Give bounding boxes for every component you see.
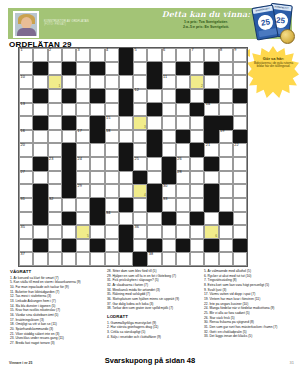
- grid-cell-yellow[interactable]: 4: [133, 184, 147, 198]
- grid-cell[interactable]: 25: [133, 157, 147, 171]
- clue-item: 3. Cirkla så vänskapligt (5): [107, 330, 197, 334]
- grid-cell[interactable]: [119, 252, 133, 266]
- ticket-brand-label: SVERIGELOTT: [271, 4, 291, 11]
- grid-cell-black: [62, 116, 76, 130]
- competition-letter-index: 3: [144, 126, 146, 129]
- grid-cell[interactable]: [233, 225, 247, 239]
- grid-cell[interactable]: [119, 171, 133, 185]
- grid-cell-black: [119, 89, 133, 103]
- grid-cell[interactable]: [19, 89, 33, 103]
- grid-cell[interactable]: 11: [162, 75, 176, 89]
- grid-cell[interactable]: [90, 184, 104, 198]
- clue-number-label: 15: [106, 117, 110, 121]
- grid-cell[interactable]: [162, 130, 176, 144]
- grid-cell-black: [62, 184, 76, 198]
- clue-item: 31. Den som går runt hos mästerkocken i …: [204, 325, 294, 329]
- grid-cell[interactable]: [219, 143, 233, 157]
- grid-cell[interactable]: [162, 225, 176, 239]
- grid-cell[interactable]: [219, 103, 233, 117]
- clue-item: 19. Vintern har man kvar i fönstren (11): [204, 297, 294, 301]
- grid-cell[interactable]: 36: [133, 225, 147, 239]
- grid-cell[interactable]: [176, 184, 190, 198]
- grid-cell-yellow[interactable]: 6: [204, 225, 218, 239]
- grid-cell-black: [219, 116, 233, 130]
- grid-cell[interactable]: [233, 62, 247, 76]
- grid-cell[interactable]: [219, 225, 233, 239]
- clue-number-label: 31: [21, 198, 25, 202]
- grid-cell[interactable]: [33, 130, 47, 144]
- grid-cell[interactable]: [162, 89, 176, 103]
- grid-cell-black: [119, 198, 133, 212]
- grid-cell[interactable]: 32: [48, 198, 62, 212]
- grid-cell[interactable]: [219, 252, 233, 266]
- grid-cell[interactable]: [147, 171, 161, 185]
- grid-cell[interactable]: 16: [19, 130, 33, 144]
- grid-cell-black: [90, 130, 104, 144]
- grid-cell[interactable]: [76, 171, 90, 185]
- grid-cell[interactable]: 3: [76, 48, 90, 62]
- grid-cell[interactable]: [48, 130, 62, 144]
- grid-cell[interactable]: [233, 184, 247, 198]
- grid-cell[interactable]: 37: [19, 252, 33, 266]
- clue-item: 9. Svalt ljust (3): [204, 288, 294, 292]
- grid-cell[interactable]: 4: [105, 48, 119, 62]
- grid-cell[interactable]: [162, 252, 176, 266]
- grid-cell[interactable]: [19, 116, 33, 130]
- constructor-byline: KONSTRUKTÖR AV ORDFLÄTAN (FOTO: PRIVAT): [44, 20, 89, 27]
- grid-cell[interactable]: [233, 103, 247, 117]
- clue-item: 11. Buketter från lökträdgården (7): [10, 290, 100, 294]
- grid-cell[interactable]: [90, 75, 104, 89]
- grid-cell-black: [33, 184, 47, 198]
- grid-cell-black: [162, 171, 176, 185]
- clue-item: 28. Sitter dam som blev förd till (5): [107, 269, 197, 273]
- clue-number-label: 9: [234, 49, 236, 53]
- grid-cell[interactable]: [219, 198, 233, 212]
- grid-cell[interactable]: [119, 212, 133, 226]
- grid-cell[interactable]: [76, 116, 90, 130]
- grid-cell-yellow[interactable]: 5: [76, 225, 90, 239]
- grid-cell[interactable]: 9: [233, 48, 247, 62]
- grid-cell[interactable]: 19: [219, 130, 233, 144]
- grid-cell[interactable]: [147, 212, 161, 226]
- grid-cell[interactable]: [105, 225, 119, 239]
- grid-cell-black: [119, 143, 133, 157]
- grid-cell[interactable]: [204, 48, 218, 62]
- grid-cell[interactable]: [147, 225, 161, 239]
- grid-cell[interactable]: 18: [105, 130, 119, 144]
- grid-cell[interactable]: [33, 171, 47, 185]
- grid-cell[interactable]: [105, 103, 119, 117]
- grid-cell-black: [147, 184, 161, 198]
- grid-cell-black: [147, 198, 161, 212]
- clue-number-label: 30: [163, 185, 167, 189]
- grid-cell[interactable]: [176, 225, 190, 239]
- clue-number-label: 21: [206, 144, 210, 148]
- grid-cell[interactable]: [133, 75, 147, 89]
- competition-letter-index: 4: [144, 194, 146, 197]
- clue-number-label: 35: [21, 226, 25, 230]
- grid-cell[interactable]: [176, 103, 190, 117]
- grid-cell[interactable]: [147, 48, 161, 62]
- grid-cell[interactable]: [133, 143, 147, 157]
- grid-cell[interactable]: [76, 103, 90, 117]
- clue-number-label: 1: [21, 49, 23, 53]
- clue-item: 17. Värms vatten vid dopp i spat (7): [204, 292, 294, 296]
- instruction-text: Gör så här: Bokstäverna i de gula rutorn…: [253, 56, 294, 69]
- portrait-body: [17, 28, 36, 38]
- grid-cell[interactable]: [219, 89, 233, 103]
- grid-cell[interactable]: [105, 89, 119, 103]
- clue-number-label: 36: [135, 226, 139, 230]
- crossword-grid[interactable]: 1234567891011121213141531617181920212223…: [18, 47, 248, 267]
- grid-cell-black: [162, 212, 176, 226]
- grid-cell[interactable]: [62, 75, 76, 89]
- grid-cell-black: [33, 157, 47, 171]
- grid-cell[interactable]: [33, 103, 47, 117]
- constructor-portrait: [13, 11, 39, 38]
- grid-cell[interactable]: [76, 239, 90, 253]
- grid-cell-black: [133, 171, 147, 185]
- grid-cell[interactable]: [105, 184, 119, 198]
- grid-cell-black: [147, 62, 161, 76]
- grid-cell-yellow[interactable]: 3: [133, 116, 147, 130]
- grid-cell-yellow[interactable]: 2: [190, 75, 204, 89]
- grid-cell[interactable]: 17: [76, 130, 90, 144]
- grid-cell-black: [33, 198, 47, 212]
- grid-cell-black: [90, 239, 104, 253]
- grid-cell[interactable]: [62, 252, 76, 266]
- grid-cell[interactable]: 30: [162, 184, 176, 198]
- grid-cell[interactable]: [233, 171, 247, 185]
- grid-cell[interactable]: 33: [162, 198, 176, 212]
- grid-cell[interactable]: [48, 225, 62, 239]
- grid-cell-black: [133, 252, 147, 266]
- grid-cell[interactable]: [48, 184, 62, 198]
- grid-cell-black: [119, 225, 133, 239]
- clue-number-label: 34: [106, 212, 110, 216]
- grid-cell[interactable]: 6: [162, 48, 176, 62]
- prize-lines: 1:a pris: Två Sverigelotter. 2:a–5:e pri…: [158, 20, 254, 29]
- grid-cell[interactable]: [133, 212, 147, 226]
- grid-cell-yellow[interactable]: 1: [48, 75, 62, 89]
- grid-cell[interactable]: [33, 75, 47, 89]
- clue-number-label: 33: [163, 198, 167, 202]
- grid-cell[interactable]: [190, 157, 204, 171]
- grid-cell[interactable]: [62, 48, 76, 62]
- grid-cell[interactable]: [219, 184, 233, 198]
- grid-cell[interactable]: [19, 157, 33, 171]
- grid-cell-black: [204, 130, 218, 144]
- grid-cell[interactable]: [204, 252, 218, 266]
- grid-cell[interactable]: [190, 89, 204, 103]
- grid-cell-black: [119, 62, 133, 76]
- clue-item: 1. Gammalkyrkliga munstycket (9): [107, 321, 197, 325]
- clue-number-label: 13: [21, 103, 25, 107]
- clue-number-label: 23: [49, 158, 53, 162]
- grid-cell-black: [204, 198, 218, 212]
- grid-cell[interactable]: 21: [204, 143, 218, 157]
- grid-cell[interactable]: [176, 212, 190, 226]
- grid-cell[interactable]: [33, 252, 47, 266]
- grid-cell[interactable]: [219, 62, 233, 76]
- grid-cell[interactable]: 22: [233, 143, 247, 157]
- clue-list-heading: VÅGRÄTT: [10, 269, 100, 274]
- grid-cell[interactable]: 35: [19, 225, 33, 239]
- grid-cell[interactable]: [176, 75, 190, 89]
- clue-item: 7. Tingsrättsväxling (8): [204, 278, 294, 282]
- clue-number-label: 16: [21, 130, 25, 134]
- grid-cell-black: [119, 103, 133, 117]
- grid-cell[interactable]: [62, 103, 76, 117]
- grid-cell[interactable]: 7: [190, 48, 204, 62]
- grid-cell[interactable]: [204, 171, 218, 185]
- grid-cell[interactable]: [90, 103, 104, 117]
- grid-cell[interactable]: [233, 116, 247, 130]
- clue-item: 13. Linkade Askungen hem i (7): [10, 299, 100, 303]
- clue-number-label: 12: [135, 89, 139, 93]
- grid-cell[interactable]: [62, 198, 76, 212]
- grid-cell-black: [62, 239, 76, 253]
- grid-cell[interactable]: [48, 89, 62, 103]
- clue-number-label: 3: [78, 49, 80, 53]
- grid-cell[interactable]: 28: [176, 171, 190, 185]
- grid-cell[interactable]: [90, 143, 104, 157]
- grid-cell[interactable]: [105, 157, 119, 171]
- grid-cell-black: [62, 157, 76, 171]
- grid-cell[interactable]: [105, 62, 119, 76]
- grid-cell[interactable]: 13: [19, 103, 33, 117]
- grid-cell[interactable]: 14: [204, 103, 218, 117]
- clue-number-label: 22: [234, 144, 238, 148]
- grid-cell[interactable]: 5: [133, 48, 147, 62]
- grid-cell[interactable]: 38: [147, 252, 161, 266]
- grid-cell[interactable]: [19, 212, 33, 226]
- clue-column: 28. Sitter dam som blev förd till (5)29.…: [107, 269, 197, 346]
- grid-cell-black: [62, 171, 76, 185]
- grid-cell[interactable]: [105, 252, 119, 266]
- grid-cell[interactable]: [176, 198, 190, 212]
- clue-item: 21. Viker stöddig säkert inte en (3): [10, 332, 100, 336]
- grid-cell[interactable]: 10: [19, 75, 33, 89]
- grid-cell-black: [204, 116, 218, 130]
- clue-item: 5. Kan ställa till med en storm i blåsor…: [10, 280, 100, 284]
- grid-cell[interactable]: 26: [176, 157, 190, 171]
- grid-cell[interactable]: [176, 48, 190, 62]
- grid-cell-black: [119, 48, 133, 62]
- grid-cell-black: [190, 103, 204, 117]
- grid-cell-black: [204, 157, 218, 171]
- grid-cell[interactable]: [90, 252, 104, 266]
- clue-item: 6. Rycker ut akut med tut tut (10): [204, 274, 294, 278]
- clue-item: 5. Är välmående med alkohol (5): [204, 269, 294, 273]
- grid-cell[interactable]: [162, 116, 176, 130]
- grid-cell[interactable]: [119, 116, 133, 130]
- answer-coupon-note: Svarskupong på sidan 48: [0, 356, 300, 365]
- grid-cell[interactable]: [90, 171, 104, 185]
- grid-cell[interactable]: [147, 157, 161, 171]
- grid-cell[interactable]: [190, 184, 204, 198]
- prize-line2: 2:a–5:e pris: En Sverigelott.: [158, 25, 254, 30]
- grid-cell[interactable]: [233, 252, 247, 266]
- grid-cell[interactable]: [90, 157, 104, 171]
- grid-cell-black: [162, 157, 176, 171]
- grid-cell[interactable]: 2: [48, 48, 62, 62]
- grid-cell[interactable]: 15: [105, 116, 119, 130]
- grid-cell[interactable]: [133, 103, 147, 117]
- clue-item: 37. Går dålig kobra och koka (3): [107, 302, 197, 306]
- grid-cell[interactable]: [119, 75, 133, 89]
- grid-cell-black: [119, 157, 133, 171]
- grid-cell-black: [33, 62, 47, 76]
- clue-number-label: 19: [220, 130, 224, 134]
- grid-cell[interactable]: [219, 157, 233, 171]
- grid-cell[interactable]: [76, 252, 90, 266]
- clue-number-label: 25: [135, 158, 139, 162]
- grid-cell[interactable]: [33, 225, 47, 239]
- grid-cell[interactable]: [162, 239, 176, 253]
- clue-item: 4. Säljs i resetider och i köttaffärer (…: [107, 335, 197, 339]
- grid-cell[interactable]: [105, 239, 119, 253]
- grid-cell[interactable]: 23: [48, 157, 62, 171]
- grid-cell-black: [147, 130, 161, 144]
- grid-cell[interactable]: [48, 171, 62, 185]
- grid-cell[interactable]: [233, 198, 247, 212]
- clue-number-label: 6: [163, 49, 165, 53]
- grid-cell[interactable]: [147, 89, 161, 103]
- grid-cell[interactable]: [219, 239, 233, 253]
- grid-cell[interactable]: 12: [133, 89, 147, 103]
- grid-cell[interactable]: [190, 239, 204, 253]
- grid-cell[interactable]: [105, 171, 119, 185]
- grid-cell[interactable]: [190, 252, 204, 266]
- grid-cell[interactable]: [190, 171, 204, 185]
- clue-item: 20. Spärrhandskommando (3): [10, 327, 100, 331]
- grid-cell[interactable]: [162, 143, 176, 157]
- competition-letter-index: 6: [215, 235, 217, 238]
- grid-cell[interactable]: [233, 212, 247, 226]
- clue-item: 23. Utvecklas under resans gång (11): [10, 336, 100, 340]
- grid-cell[interactable]: [233, 157, 247, 171]
- grid-cell-black: [176, 62, 190, 76]
- grid-cell-black: [190, 143, 204, 157]
- gold-coin-icon: [280, 29, 295, 44]
- grid-cell[interactable]: [133, 130, 147, 144]
- grid-cell-black: [119, 239, 133, 253]
- grid-cell-black: [233, 130, 247, 144]
- clue-number-label: 32: [49, 198, 53, 202]
- instruction-body: Bokstäverna i de gula rutorna bildar här…: [253, 62, 294, 70]
- grid-cell[interactable]: [204, 212, 218, 226]
- clue-number-label: 18: [106, 130, 110, 134]
- clue-number-label: 2: [49, 49, 51, 53]
- grid-cell[interactable]: [162, 62, 176, 76]
- grid-cell[interactable]: [233, 75, 247, 89]
- grid-cell[interactable]: [76, 62, 90, 76]
- clue-item: 1. Är korsord så klart för smart (7): [10, 276, 100, 280]
- grid-cell[interactable]: [76, 75, 90, 89]
- grid-cell[interactable]: [19, 62, 33, 76]
- grid-cell[interactable]: [204, 75, 218, 89]
- grid-cell[interactable]: [48, 103, 62, 117]
- grid-cell[interactable]: [33, 48, 47, 62]
- grid-cell[interactable]: [219, 75, 233, 89]
- grid-cell-black: [147, 143, 161, 157]
- grid-cell[interactable]: [76, 89, 90, 103]
- grid-cell-black: [62, 212, 76, 226]
- grid-cell[interactable]: [76, 198, 90, 212]
- grid-cell[interactable]: [19, 239, 33, 253]
- grid-cell[interactable]: [62, 130, 76, 144]
- grid-cell[interactable]: 20: [19, 143, 33, 157]
- clue-item: 31. Fick prickskytten i släpvagn? (5): [107, 278, 197, 282]
- grid-cell[interactable]: [105, 198, 119, 212]
- grid-cell[interactable]: [48, 212, 62, 226]
- grid-cell[interactable]: 31: [19, 198, 33, 212]
- grid-cell-black: [90, 89, 104, 103]
- grid-cell[interactable]: [119, 130, 133, 144]
- grid-cell-black: [62, 62, 76, 76]
- grid-cell[interactable]: [76, 212, 90, 226]
- grid-cell[interactable]: [190, 225, 204, 239]
- grid-cell[interactable]: [19, 184, 33, 198]
- grid-cell[interactable]: 29: [76, 184, 90, 198]
- clue-number-label: 26: [177, 158, 181, 162]
- grid-cell[interactable]: [76, 143, 90, 157]
- grid-cell[interactable]: [176, 143, 190, 157]
- grid-cell[interactable]: [90, 48, 104, 62]
- grid-cell[interactable]: 34: [105, 212, 119, 226]
- grid-cell[interactable]: [90, 225, 104, 239]
- grid-cell[interactable]: [119, 184, 133, 198]
- clue-item: 17. Insättningslösen (3): [10, 318, 100, 322]
- grid-cell[interactable]: [176, 116, 190, 130]
- grid-cell[interactable]: [190, 130, 204, 144]
- grid-cell[interactable]: [48, 252, 62, 266]
- clue-number-label: 7: [192, 49, 194, 53]
- grid-cell[interactable]: 1: [19, 48, 33, 62]
- grid-cell[interactable]: [105, 75, 119, 89]
- grid-cell[interactable]: 24: [76, 157, 90, 171]
- grid-cell[interactable]: [162, 103, 176, 117]
- grid-cell[interactable]: [48, 62, 62, 76]
- grid-cell[interactable]: [133, 198, 147, 212]
- grid-cell[interactable]: [176, 252, 190, 266]
- grid-cell-black: [219, 212, 233, 226]
- grid-cell[interactable]: [190, 62, 204, 76]
- grid-cell[interactable]: [48, 143, 62, 157]
- ticket-brand-label: SVERIGELOTT: [252, 5, 273, 13]
- grid-cell[interactable]: [33, 143, 47, 157]
- grid-cell[interactable]: [147, 116, 161, 130]
- grid-cell[interactable]: [219, 171, 233, 185]
- grid-cell-black: [204, 184, 218, 198]
- grid-cell[interactable]: [133, 239, 147, 253]
- grid-cell-black: [90, 116, 104, 130]
- grid-cell[interactable]: [105, 143, 119, 157]
- clue-item: 30. Rensa fiskarna på sjögrund (8): [204, 320, 294, 324]
- clue-item: 12. Tas mest i stafetterna (3): [10, 294, 100, 298]
- grid-cell[interactable]: [48, 239, 62, 253]
- grid-cell[interactable]: [190, 116, 204, 130]
- grid-cell[interactable]: [48, 116, 62, 130]
- grid-cell[interactable]: 8: [219, 48, 233, 62]
- grid-cell[interactable]: [62, 225, 76, 239]
- clue-number-label: 20: [21, 144, 25, 148]
- grid-cell[interactable]: [133, 62, 147, 76]
- grid-cell[interactable]: [190, 198, 204, 212]
- grid-cell[interactable]: 27: [19, 171, 33, 185]
